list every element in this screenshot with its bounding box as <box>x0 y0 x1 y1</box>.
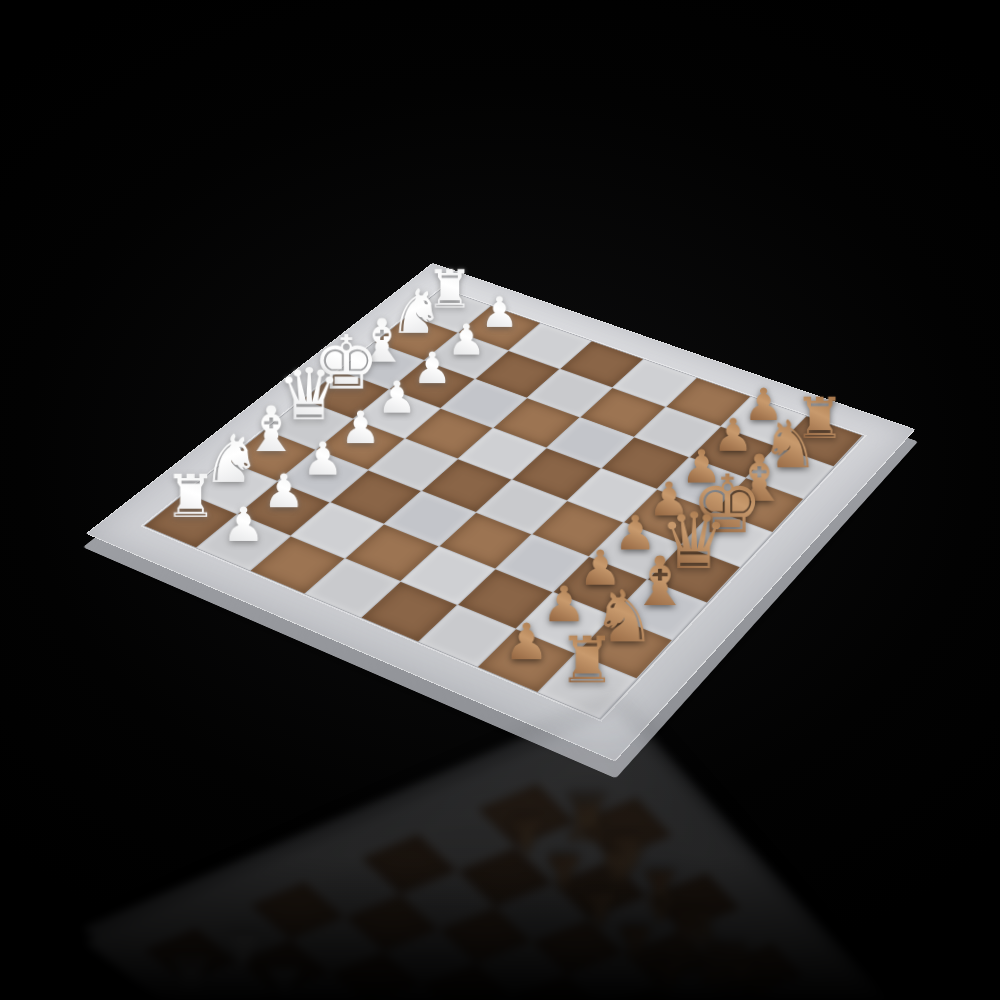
brown-rook-glyph: ♜ <box>558 628 616 692</box>
white-rook-glyph: ♜ <box>164 467 217 526</box>
white-pawn-glyph: ♟ <box>263 468 305 515</box>
brown-pawn-glyph: ♟ <box>504 616 549 666</box>
white-pawn-glyph: ♟ <box>302 436 343 482</box>
white-pawn-glyph: ♟ <box>340 405 380 450</box>
white-pawn-glyph: ♟ <box>222 501 265 549</box>
scene: ♜♟♟♜♞♟♟♞♝♟♟♝♚♟♟♚♛♟♟♛♝♟♟♝♞♟♟♞♜♟♟♜ <box>0 0 1000 1000</box>
white-pawn-glyph: ♟ <box>447 318 486 361</box>
chessboard: ♜♟♟♜♞♟♟♞♝♟♟♝♚♟♟♚♛♟♟♛♝♟♟♝♞♟♟♞♜♟♟♜ <box>86 263 916 762</box>
white-pawn-glyph: ♟ <box>481 291 519 333</box>
board-frame: ♜♟♟♜♞♟♟♞♝♟♟♝♚♟♟♚♛♟♟♛♝♟♟♝♞♟♟♞♜♟♟♜ <box>86 263 916 762</box>
white-pawn-glyph: ♟ <box>413 346 452 390</box>
board-grid: ♜♟♟♜♞♟♟♞♝♟♟♝♚♟♟♚♛♟♟♛♝♟♟♝♞♟♟♞♜♟♟♜ <box>145 289 864 719</box>
white-pawn-glyph: ♟ <box>377 375 417 419</box>
